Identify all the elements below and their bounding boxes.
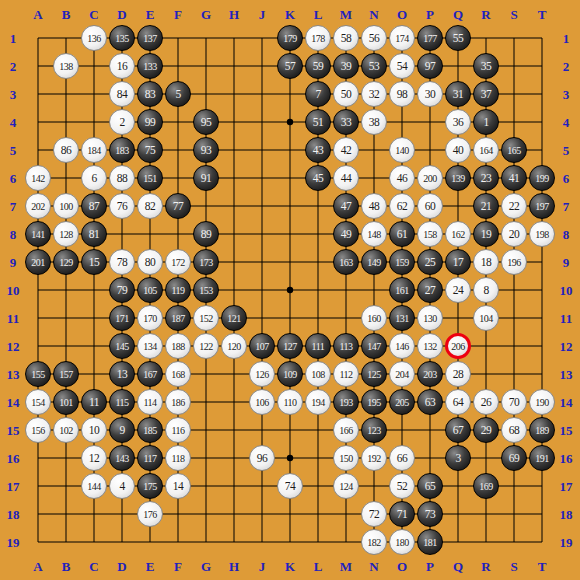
stone-L6: 45 bbox=[305, 165, 331, 191]
row-label-left-17: 17 bbox=[7, 480, 20, 493]
col-label-bottom-F: F bbox=[174, 560, 182, 573]
move-number: 29 bbox=[481, 424, 492, 436]
stone-S7: 22 bbox=[501, 193, 527, 219]
move-number: 128 bbox=[59, 229, 73, 240]
move-number: 32 bbox=[369, 88, 380, 100]
stone-T14: 190 bbox=[529, 389, 555, 415]
row-label-left-18: 18 bbox=[7, 508, 20, 521]
stone-E18: 176 bbox=[137, 501, 163, 527]
stone-B5: 86 bbox=[53, 137, 79, 163]
move-number: 73 bbox=[425, 508, 436, 520]
move-number: 19 bbox=[481, 228, 492, 240]
stone-N13: 125 bbox=[361, 361, 387, 387]
move-number: 2 bbox=[119, 116, 124, 128]
move-number: 72 bbox=[369, 508, 380, 520]
stone-N15: 123 bbox=[361, 417, 387, 443]
stone-C6: 6 bbox=[81, 165, 107, 191]
move-number: 68 bbox=[509, 424, 520, 436]
move-number: 80 bbox=[145, 256, 156, 268]
stone-N2: 53 bbox=[361, 53, 387, 79]
row-label-left-2: 2 bbox=[10, 60, 17, 73]
move-number: 18 bbox=[481, 256, 492, 268]
move-number: 110 bbox=[283, 397, 296, 408]
move-number: 153 bbox=[199, 285, 213, 296]
stone-Q6: 139 bbox=[445, 165, 471, 191]
move-number: 133 bbox=[143, 61, 157, 72]
stone-J14: 106 bbox=[249, 389, 275, 415]
stone-K12: 127 bbox=[277, 333, 303, 359]
move-number: 49 bbox=[341, 228, 352, 240]
move-number: 76 bbox=[117, 200, 128, 212]
move-number: 126 bbox=[255, 369, 269, 380]
stone-F16: 118 bbox=[165, 445, 191, 471]
stone-L4: 51 bbox=[305, 109, 331, 135]
stone-O9: 159 bbox=[389, 249, 415, 275]
move-number: 74 bbox=[285, 480, 296, 492]
row-label-right-18: 18 bbox=[560, 508, 573, 521]
row-label-right-12: 12 bbox=[560, 340, 573, 353]
stone-L12: 111 bbox=[305, 333, 331, 359]
stone-G10: 153 bbox=[193, 277, 219, 303]
move-number: 78 bbox=[117, 256, 128, 268]
stone-K17: 74 bbox=[277, 473, 303, 499]
move-number: 177 bbox=[423, 33, 437, 44]
stone-J12: 107 bbox=[249, 333, 275, 359]
move-number: 173 bbox=[199, 257, 213, 268]
move-number: 124 bbox=[339, 481, 353, 492]
row-label-right-6: 6 bbox=[563, 172, 570, 185]
move-number: 178 bbox=[311, 33, 325, 44]
col-label-top-C: C bbox=[89, 8, 98, 21]
move-number: 70 bbox=[509, 396, 520, 408]
col-label-top-D: D bbox=[117, 8, 126, 21]
row-label-left-11: 11 bbox=[7, 312, 19, 325]
stone-Q9: 17 bbox=[445, 249, 471, 275]
stone-P7: 60 bbox=[417, 193, 443, 219]
row-label-right-19: 19 bbox=[560, 536, 573, 549]
stone-D16: 143 bbox=[109, 445, 135, 471]
move-number: 138 bbox=[59, 61, 73, 72]
move-number: 135 bbox=[115, 33, 129, 44]
move-number: 16 bbox=[117, 60, 128, 72]
stone-L5: 43 bbox=[305, 137, 331, 163]
col-label-bottom-N: N bbox=[369, 560, 378, 573]
stone-C14: 11 bbox=[81, 389, 107, 415]
stone-D4: 2 bbox=[109, 109, 135, 135]
row-label-left-19: 19 bbox=[7, 536, 20, 549]
stone-C17: 144 bbox=[81, 473, 107, 499]
stone-N9: 149 bbox=[361, 249, 387, 275]
move-number: 136 bbox=[87, 33, 101, 44]
move-number: 174 bbox=[395, 33, 409, 44]
row-label-left-8: 8 bbox=[10, 228, 17, 241]
move-number: 105 bbox=[143, 285, 157, 296]
stone-Q1: 55 bbox=[445, 25, 471, 51]
stone-D14: 115 bbox=[109, 389, 135, 415]
move-number: 23 bbox=[481, 172, 492, 184]
col-label-top-Q: Q bbox=[453, 8, 463, 21]
move-number: 146 bbox=[395, 341, 409, 352]
stone-S16: 69 bbox=[501, 445, 527, 471]
stone-A9: 201 bbox=[25, 249, 51, 275]
stone-R14: 26 bbox=[473, 389, 499, 415]
stone-O2: 54 bbox=[389, 53, 415, 79]
stone-T16: 191 bbox=[529, 445, 555, 471]
col-label-bottom-M: M bbox=[340, 560, 352, 573]
stone-H12: 120 bbox=[221, 333, 247, 359]
go-board[interactable]: AABBCCDDEEFFGGHHJJKKLLMMNNOOPPQQRRSSTT11… bbox=[0, 0, 580, 580]
move-number: 89 bbox=[201, 228, 212, 240]
stone-B14: 101 bbox=[53, 389, 79, 415]
stone-Q5: 40 bbox=[445, 137, 471, 163]
stone-M4: 33 bbox=[333, 109, 359, 135]
col-label-bottom-A: A bbox=[33, 560, 42, 573]
move-number: 1 bbox=[483, 116, 488, 128]
col-label-bottom-R: R bbox=[481, 560, 490, 573]
stone-N19: 182 bbox=[361, 529, 387, 555]
move-number: 119 bbox=[171, 285, 184, 296]
col-label-top-T: T bbox=[538, 8, 547, 21]
move-number: 28 bbox=[453, 368, 464, 380]
move-number: 156 bbox=[31, 425, 45, 436]
move-number: 184 bbox=[87, 145, 101, 156]
stone-F12: 188 bbox=[165, 333, 191, 359]
move-number: 169 bbox=[479, 481, 493, 492]
move-number: 65 bbox=[425, 480, 436, 492]
move-number: 131 bbox=[395, 313, 409, 324]
move-number: 48 bbox=[369, 200, 380, 212]
move-number: 148 bbox=[367, 229, 381, 240]
move-number: 56 bbox=[369, 32, 380, 44]
col-label-top-B: B bbox=[62, 8, 71, 21]
stone-N11: 160 bbox=[361, 305, 387, 331]
col-label-bottom-S: S bbox=[510, 560, 517, 573]
move-number: 102 bbox=[59, 425, 73, 436]
row-label-right-8: 8 bbox=[563, 228, 570, 241]
move-number: 99 bbox=[145, 116, 156, 128]
move-number: 191 bbox=[535, 453, 549, 464]
col-label-top-G: G bbox=[201, 8, 211, 21]
move-number: 47 bbox=[341, 200, 352, 212]
move-number: 13 bbox=[117, 368, 128, 380]
stone-M3: 50 bbox=[333, 81, 359, 107]
stone-S5: 165 bbox=[501, 137, 527, 163]
move-number: 155 bbox=[31, 369, 45, 380]
move-number: 183 bbox=[115, 145, 129, 156]
move-number: 101 bbox=[59, 397, 73, 408]
col-label-top-F: F bbox=[174, 8, 182, 21]
move-number: 140 bbox=[395, 145, 409, 156]
stone-B8: 128 bbox=[53, 221, 79, 247]
stone-F3: 5 bbox=[165, 81, 191, 107]
stone-R6: 23 bbox=[473, 165, 499, 191]
stone-M8: 49 bbox=[333, 221, 359, 247]
move-number: 57 bbox=[285, 60, 296, 72]
move-number: 71 bbox=[397, 508, 408, 520]
col-label-top-L: L bbox=[314, 8, 323, 21]
move-number: 190 bbox=[535, 397, 549, 408]
stone-Q12: 206 bbox=[445, 333, 471, 359]
col-label-top-N: N bbox=[369, 8, 378, 21]
stone-E15: 185 bbox=[137, 417, 163, 443]
stone-K13: 109 bbox=[277, 361, 303, 387]
stone-R7: 21 bbox=[473, 193, 499, 219]
col-label-top-S: S bbox=[510, 8, 517, 21]
move-number: 107 bbox=[255, 341, 269, 352]
move-number: 117 bbox=[143, 453, 156, 464]
stone-R11: 104 bbox=[473, 305, 499, 331]
stone-E1: 137 bbox=[137, 25, 163, 51]
row-label-left-7: 7 bbox=[10, 200, 17, 213]
move-number: 182 bbox=[367, 537, 381, 548]
stone-B7: 100 bbox=[53, 193, 79, 219]
move-number: 172 bbox=[171, 257, 185, 268]
move-number: 195 bbox=[367, 397, 381, 408]
move-number: 197 bbox=[535, 201, 549, 212]
stone-Q16: 3 bbox=[445, 445, 471, 471]
move-number: 30 bbox=[425, 88, 436, 100]
move-number: 66 bbox=[397, 452, 408, 464]
col-label-bottom-L: L bbox=[314, 560, 323, 573]
stone-J13: 126 bbox=[249, 361, 275, 387]
move-number: 11 bbox=[89, 396, 99, 408]
stone-P18: 73 bbox=[417, 501, 443, 527]
move-number: 12 bbox=[89, 452, 100, 464]
move-number: 52 bbox=[397, 480, 408, 492]
move-number: 62 bbox=[397, 200, 408, 212]
move-number: 164 bbox=[479, 145, 493, 156]
stone-P1: 177 bbox=[417, 25, 443, 51]
row-label-left-1: 1 bbox=[10, 32, 17, 45]
stone-O14: 205 bbox=[389, 389, 415, 415]
stone-D2: 16 bbox=[109, 53, 135, 79]
col-label-bottom-C: C bbox=[89, 560, 98, 573]
move-number: 86 bbox=[61, 144, 72, 156]
stone-L3: 7 bbox=[305, 81, 331, 107]
move-number: 187 bbox=[171, 313, 185, 324]
stone-P11: 130 bbox=[417, 305, 443, 331]
row-label-right-2: 2 bbox=[563, 60, 570, 73]
move-number: 180 bbox=[395, 537, 409, 548]
stone-O6: 46 bbox=[389, 165, 415, 191]
stone-E3: 83 bbox=[137, 81, 163, 107]
stone-P17: 65 bbox=[417, 473, 443, 499]
col-label-bottom-D: D bbox=[117, 560, 126, 573]
stone-S14: 70 bbox=[501, 389, 527, 415]
col-label-bottom-G: G bbox=[201, 560, 211, 573]
stone-S6: 41 bbox=[501, 165, 527, 191]
stone-M5: 42 bbox=[333, 137, 359, 163]
row-label-left-14: 14 bbox=[7, 396, 20, 409]
stone-R9: 18 bbox=[473, 249, 499, 275]
stone-A13: 155 bbox=[25, 361, 51, 387]
move-number: 75 bbox=[145, 144, 156, 156]
move-number: 132 bbox=[423, 341, 437, 352]
move-number: 17 bbox=[453, 256, 464, 268]
move-number: 83 bbox=[145, 88, 156, 100]
row-label-left-12: 12 bbox=[7, 340, 20, 353]
stone-L14: 194 bbox=[305, 389, 331, 415]
stone-D12: 145 bbox=[109, 333, 135, 359]
col-label-top-A: A bbox=[33, 8, 42, 21]
move-number: 43 bbox=[313, 144, 324, 156]
move-number: 31 bbox=[453, 88, 464, 100]
stone-G9: 173 bbox=[193, 249, 219, 275]
col-label-bottom-H: H bbox=[229, 560, 239, 573]
move-number: 192 bbox=[367, 453, 381, 464]
move-number: 109 bbox=[283, 369, 297, 380]
stone-R8: 19 bbox=[473, 221, 499, 247]
stone-L13: 108 bbox=[305, 361, 331, 387]
move-number: 98 bbox=[397, 88, 408, 100]
move-number: 9 bbox=[119, 424, 124, 436]
stone-B13: 157 bbox=[53, 361, 79, 387]
row-label-right-5: 5 bbox=[563, 144, 570, 157]
stone-B15: 102 bbox=[53, 417, 79, 443]
stone-O8: 61 bbox=[389, 221, 415, 247]
star-point-K4 bbox=[287, 119, 293, 125]
move-number: 100 bbox=[59, 201, 73, 212]
stone-O19: 180 bbox=[389, 529, 415, 555]
stone-A15: 156 bbox=[25, 417, 51, 443]
move-number: 170 bbox=[143, 313, 157, 324]
move-number: 147 bbox=[367, 341, 381, 352]
col-label-top-H: H bbox=[229, 8, 239, 21]
stone-E7: 82 bbox=[137, 193, 163, 219]
move-number: 175 bbox=[143, 481, 157, 492]
row-label-left-10: 10 bbox=[7, 284, 20, 297]
move-number: 36 bbox=[453, 116, 464, 128]
stone-D1: 135 bbox=[109, 25, 135, 51]
move-number: 189 bbox=[535, 425, 549, 436]
stone-L1: 178 bbox=[305, 25, 331, 51]
move-number: 88 bbox=[117, 172, 128, 184]
stone-H11: 121 bbox=[221, 305, 247, 331]
stone-F11: 187 bbox=[165, 305, 191, 331]
move-number: 154 bbox=[31, 397, 45, 408]
move-number: 24 bbox=[453, 284, 464, 296]
row-label-left-13: 13 bbox=[7, 368, 20, 381]
move-number: 159 bbox=[395, 257, 409, 268]
stone-E6: 151 bbox=[137, 165, 163, 191]
move-number: 129 bbox=[59, 257, 73, 268]
move-number: 200 bbox=[423, 173, 437, 184]
move-number: 14 bbox=[173, 480, 184, 492]
move-number: 185 bbox=[143, 425, 157, 436]
stone-O18: 71 bbox=[389, 501, 415, 527]
move-number: 25 bbox=[425, 256, 436, 268]
stone-D13: 13 bbox=[109, 361, 135, 387]
row-label-right-4: 4 bbox=[563, 116, 570, 129]
stone-P19: 181 bbox=[417, 529, 443, 555]
move-number: 104 bbox=[479, 313, 493, 324]
row-label-left-15: 15 bbox=[7, 424, 20, 437]
stone-O12: 146 bbox=[389, 333, 415, 359]
stone-N4: 38 bbox=[361, 109, 387, 135]
stone-F14: 186 bbox=[165, 389, 191, 415]
move-number: 118 bbox=[171, 453, 184, 464]
move-number: 165 bbox=[507, 145, 521, 156]
col-label-top-M: M bbox=[340, 8, 352, 21]
move-number: 58 bbox=[341, 32, 352, 44]
row-label-left-5: 5 bbox=[10, 144, 17, 157]
move-number: 120 bbox=[227, 341, 241, 352]
stone-K2: 57 bbox=[277, 53, 303, 79]
stone-O5: 140 bbox=[389, 137, 415, 163]
stone-E16: 117 bbox=[137, 445, 163, 471]
move-number: 145 bbox=[115, 341, 129, 352]
stone-F13: 168 bbox=[165, 361, 191, 387]
move-number: 3 bbox=[455, 452, 460, 464]
move-number: 139 bbox=[451, 173, 465, 184]
stone-Q3: 31 bbox=[445, 81, 471, 107]
move-number: 81 bbox=[89, 228, 100, 240]
move-number: 111 bbox=[312, 341, 325, 352]
move-number: 106 bbox=[255, 397, 269, 408]
stone-C15: 10 bbox=[81, 417, 107, 443]
move-number: 45 bbox=[313, 172, 324, 184]
move-number: 60 bbox=[425, 200, 436, 212]
stone-E17: 175 bbox=[137, 473, 163, 499]
move-number: 202 bbox=[31, 201, 45, 212]
stone-E12: 134 bbox=[137, 333, 163, 359]
move-number: 161 bbox=[395, 285, 409, 296]
move-number: 40 bbox=[453, 144, 464, 156]
stone-G5: 93 bbox=[193, 137, 219, 163]
row-label-left-4: 4 bbox=[10, 116, 17, 129]
stone-R10: 8 bbox=[473, 277, 499, 303]
stone-R3: 37 bbox=[473, 81, 499, 107]
stone-F10: 119 bbox=[165, 277, 191, 303]
move-number: 22 bbox=[509, 200, 520, 212]
stone-C8: 81 bbox=[81, 221, 107, 247]
move-number: 55 bbox=[453, 32, 464, 44]
stone-E14: 114 bbox=[137, 389, 163, 415]
stone-K14: 110 bbox=[277, 389, 303, 415]
row-label-right-9: 9 bbox=[563, 256, 570, 269]
row-label-right-11: 11 bbox=[560, 312, 572, 325]
move-number: 96 bbox=[257, 452, 268, 464]
move-number: 206 bbox=[451, 341, 465, 352]
row-label-right-14: 14 bbox=[560, 396, 573, 409]
stone-S8: 20 bbox=[501, 221, 527, 247]
stone-O1: 174 bbox=[389, 25, 415, 51]
move-number: 121 bbox=[227, 313, 241, 324]
move-number: 201 bbox=[31, 257, 45, 268]
move-number: 59 bbox=[313, 60, 324, 72]
stone-E11: 170 bbox=[137, 305, 163, 331]
move-number: 33 bbox=[341, 116, 352, 128]
stone-D3: 84 bbox=[109, 81, 135, 107]
stone-E10: 105 bbox=[137, 277, 163, 303]
stone-K1: 179 bbox=[277, 25, 303, 51]
col-label-bottom-K: K bbox=[285, 560, 295, 573]
move-number: 163 bbox=[339, 257, 353, 268]
stone-R17: 169 bbox=[473, 473, 499, 499]
stone-M17: 124 bbox=[333, 473, 359, 499]
move-number: 162 bbox=[451, 229, 465, 240]
move-number: 205 bbox=[395, 397, 409, 408]
move-number: 116 bbox=[171, 425, 184, 436]
move-number: 91 bbox=[201, 172, 212, 184]
stone-N16: 192 bbox=[361, 445, 387, 471]
move-number: 114 bbox=[143, 397, 156, 408]
stone-C1: 136 bbox=[81, 25, 107, 51]
stone-L2: 59 bbox=[305, 53, 331, 79]
move-number: 61 bbox=[397, 228, 408, 240]
stone-O13: 204 bbox=[389, 361, 415, 387]
stone-S15: 68 bbox=[501, 417, 527, 443]
